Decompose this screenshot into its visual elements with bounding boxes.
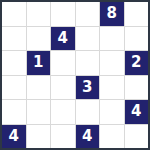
clue-cell-r4c5: 4 <box>125 100 149 124</box>
cell-r3c2[interactable] <box>51 76 75 100</box>
clue-cell-r2c5: 2 <box>125 51 149 75</box>
cell-r5c2[interactable] <box>51 125 75 149</box>
cell-r4c3[interactable] <box>76 100 100 124</box>
clue-cell-r2c1: 1 <box>27 51 51 75</box>
cell-r5c1[interactable] <box>27 125 51 149</box>
cell-r4c2[interactable] <box>51 100 75 124</box>
cell-r3c0[interactable] <box>2 76 26 100</box>
clue-cell-r5c3: 4 <box>76 125 100 149</box>
cell-r0c0[interactable] <box>2 2 26 26</box>
clue-cell-r1c2: 4 <box>51 27 75 51</box>
clue-cell-r0c4: 8 <box>100 2 124 26</box>
cell-r3c5[interactable] <box>125 76 149 100</box>
cell-r2c3[interactable] <box>76 51 100 75</box>
cell-r0c3[interactable] <box>76 2 100 26</box>
cell-r2c2[interactable] <box>51 51 75 75</box>
cell-r3c1[interactable] <box>27 76 51 100</box>
cell-r4c4[interactable] <box>100 100 124 124</box>
cell-r5c5[interactable] <box>125 125 149 149</box>
cell-r2c0[interactable] <box>2 51 26 75</box>
cell-r0c2[interactable] <box>51 2 75 26</box>
cell-r3c4[interactable] <box>100 76 124 100</box>
cell-r1c0[interactable] <box>2 27 26 51</box>
cell-r4c0[interactable] <box>2 100 26 124</box>
cell-r1c4[interactable] <box>100 27 124 51</box>
cell-r1c5[interactable] <box>125 27 149 51</box>
clue-cell-r3c3: 3 <box>76 76 100 100</box>
cell-r4c1[interactable] <box>27 100 51 124</box>
cell-r0c1[interactable] <box>27 2 51 26</box>
cell-r1c1[interactable] <box>27 27 51 51</box>
cell-r0c5[interactable] <box>125 2 149 26</box>
clue-cell-r5c0: 4 <box>2 125 26 149</box>
puzzle-board: 84123444 <box>0 0 150 150</box>
cell-r2c4[interactable] <box>100 51 124 75</box>
puzzle-stage: 84123444 <box>0 0 150 150</box>
cell-r5c4[interactable] <box>100 125 124 149</box>
cell-r1c3[interactable] <box>76 27 100 51</box>
